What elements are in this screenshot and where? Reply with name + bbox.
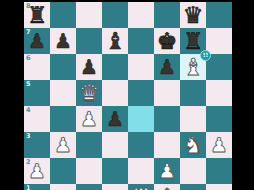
square-d4[interactable]: ♟: [102, 106, 128, 132]
square-d3[interactable]: [102, 132, 128, 158]
square-d8[interactable]: [102, 2, 128, 28]
square-h3[interactable]: ♟: [206, 132, 232, 158]
square-a1[interactable]: 1: [24, 184, 50, 190]
piece-white-pawn: ♟: [210, 132, 228, 158]
square-g8[interactable]: ♛: [180, 2, 206, 28]
rank-label: 8: [26, 3, 31, 10]
square-b1[interactable]: [50, 184, 76, 190]
square-c7[interactable]: [76, 28, 102, 54]
piece-white-pawn: ♟: [80, 106, 98, 132]
rank-label: 2: [26, 159, 31, 166]
rank-label: 1: [26, 185, 31, 190]
video-frame: 8♜♛7♟♟♝♚♜6♟♟♝!!5♛4♟♟3♟♞♟2♟♟1♜♚: [0, 0, 254, 190]
square-h5[interactable]: [206, 80, 232, 106]
rank-label: 6: [26, 55, 31, 62]
square-h7[interactable]: [206, 28, 232, 54]
piece-black-pawn: ♟: [28, 28, 46, 54]
square-b7[interactable]: ♟: [50, 28, 76, 54]
square-f7[interactable]: ♚: [154, 28, 180, 54]
piece-black-king: ♚: [157, 28, 178, 54]
square-g5[interactable]: [180, 80, 206, 106]
piece-white-pawn: ♟: [158, 158, 176, 184]
square-b5[interactable]: [50, 80, 76, 106]
square-d7[interactable]: ♝: [102, 28, 128, 54]
square-d2[interactable]: [102, 158, 128, 184]
piece-white-king: ♚: [157, 184, 178, 190]
square-f6[interactable]: ♟: [154, 54, 180, 80]
square-a4[interactable]: 4: [24, 106, 50, 132]
square-f1[interactable]: ♚: [154, 184, 180, 190]
square-e2[interactable]: [128, 158, 154, 184]
piece-white-pawn: ♟: [28, 158, 46, 184]
square-a5[interactable]: 5: [24, 80, 50, 106]
move-classification-badge: !!: [200, 50, 211, 61]
square-d6[interactable]: [102, 54, 128, 80]
square-f2[interactable]: ♟: [154, 158, 180, 184]
square-h1[interactable]: [206, 184, 232, 190]
square-d1[interactable]: [102, 184, 128, 190]
piece-black-pawn: ♟: [80, 54, 98, 80]
square-e8[interactable]: [128, 2, 154, 28]
square-a7[interactable]: 7♟: [24, 28, 50, 54]
square-e3[interactable]: [128, 132, 154, 158]
square-h8[interactable]: [206, 2, 232, 28]
square-b3[interactable]: ♟: [50, 132, 76, 158]
square-c2[interactable]: [76, 158, 102, 184]
square-e5[interactable]: [128, 80, 154, 106]
square-c5[interactable]: ♛: [76, 80, 102, 106]
square-h2[interactable]: [206, 158, 232, 184]
chess-board-viewport: 8♜♛7♟♟♝♚♜6♟♟♝!!5♛4♟♟3♟♞♟2♟♟1♜♚: [24, 2, 232, 190]
rank-label: 4: [26, 107, 31, 114]
square-a3[interactable]: 3: [24, 132, 50, 158]
piece-black-pawn: ♟: [158, 54, 176, 80]
piece-black-rook: ♜: [183, 28, 204, 54]
square-c4[interactable]: ♟: [76, 106, 102, 132]
square-g3[interactable]: ♞: [180, 132, 206, 158]
piece-black-queen: ♛: [183, 2, 204, 28]
square-b6[interactable]: [50, 54, 76, 80]
square-g2[interactable]: [180, 158, 206, 184]
square-e7[interactable]: [128, 28, 154, 54]
square-c6[interactable]: ♟: [76, 54, 102, 80]
square-b2[interactable]: [50, 158, 76, 184]
square-h4[interactable]: [206, 106, 232, 132]
square-a8[interactable]: 8♜: [24, 2, 50, 28]
square-f8[interactable]: [154, 2, 180, 28]
rank-label: 5: [26, 81, 31, 88]
piece-white-pawn: ♟: [54, 132, 72, 158]
chess-board: 8♜♛7♟♟♝♚♜6♟♟♝!!5♛4♟♟3♟♞♟2♟♟1♜♚: [24, 2, 232, 190]
piece-white-knight: ♞: [183, 132, 204, 158]
piece-black-pawn: ♟: [106, 106, 124, 132]
piece-white-queen: ♛: [79, 80, 100, 106]
square-e4[interactable]: [128, 106, 154, 132]
square-e1[interactable]: ♜: [128, 184, 154, 190]
square-b8[interactable]: [50, 2, 76, 28]
piece-black-bishop: ♝: [105, 28, 126, 54]
square-g4[interactable]: [180, 106, 206, 132]
square-g1[interactable]: [180, 184, 206, 190]
square-e6[interactable]: [128, 54, 154, 80]
square-d5[interactable]: [102, 80, 128, 106]
rank-label: 7: [26, 29, 31, 36]
square-f3[interactable]: [154, 132, 180, 158]
square-c1[interactable]: [76, 184, 102, 190]
square-a2[interactable]: 2♟: [24, 158, 50, 184]
rank-label: 3: [26, 133, 31, 140]
square-c3[interactable]: [76, 132, 102, 158]
square-c8[interactable]: [76, 2, 102, 28]
square-b4[interactable]: [50, 106, 76, 132]
piece-black-pawn: ♟: [54, 28, 72, 54]
square-f4[interactable]: [154, 106, 180, 132]
piece-white-rook: ♜: [131, 184, 152, 190]
square-g6[interactable]: ♝!!: [180, 54, 206, 80]
square-a6[interactable]: 6: [24, 54, 50, 80]
square-f5[interactable]: [154, 80, 180, 106]
